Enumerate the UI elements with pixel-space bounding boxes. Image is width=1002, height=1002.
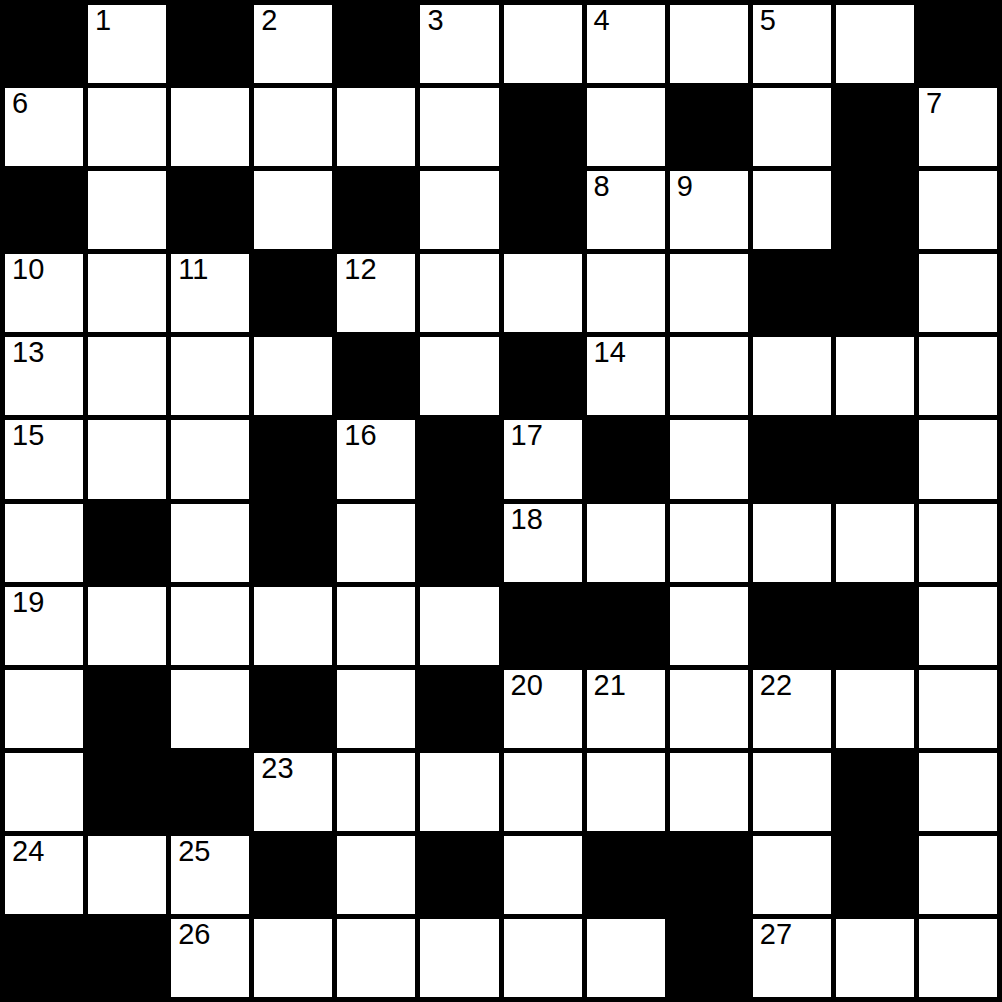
cell-6-0[interactable] [5,504,83,582]
block-cell-7-6 [504,587,582,665]
block-cell-1-8 [670,88,748,166]
cell-7-5[interactable] [420,587,498,665]
cell-1-7[interactable] [587,88,665,166]
block-cell-2-10 [836,171,914,249]
cell-1-0[interactable]: 6 [5,88,83,166]
cell-6-4[interactable] [337,504,415,582]
cell-7-1[interactable] [88,587,166,665]
cell-11-11[interactable] [919,919,997,997]
block-cell-6-3 [254,504,332,582]
cell-6-2[interactable] [171,504,249,582]
block-cell-5-7 [587,420,665,498]
cell-3-2[interactable]: 11 [171,254,249,332]
block-cell-6-5 [420,504,498,582]
crossword-grid: 1234567891011121314151617181920212223242… [0,0,1002,1002]
cell-4-10[interactable] [836,337,914,415]
cell-9-3[interactable]: 23 [254,753,332,831]
clue-number: 19 [12,587,44,617]
cell-8-7[interactable]: 21 [587,670,665,748]
block-cell-8-3 [254,670,332,748]
clue-number: 25 [178,836,210,866]
cell-8-10[interactable] [836,670,914,748]
cell-5-11[interactable] [919,420,997,498]
block-cell-8-5 [420,670,498,748]
cell-10-9[interactable] [753,836,831,914]
cell-8-2[interactable] [171,670,249,748]
cell-0-9[interactable]: 5 [753,5,831,83]
cell-10-6[interactable] [504,836,582,914]
cell-7-3[interactable] [254,587,332,665]
block-cell-5-9 [753,420,831,498]
cell-3-11[interactable] [919,254,997,332]
clue-number: 3 [427,5,443,35]
cell-5-6[interactable]: 17 [504,420,582,498]
cell-6-10[interactable] [836,504,914,582]
block-cell-7-10 [836,587,914,665]
clue-number: 6 [12,88,28,118]
cell-4-9[interactable] [753,337,831,415]
cell-4-7[interactable]: 14 [587,337,665,415]
cell-7-0[interactable]: 19 [5,587,83,665]
cell-5-2[interactable] [171,420,249,498]
cell-6-6[interactable]: 18 [504,504,582,582]
cell-1-2[interactable] [171,88,249,166]
cell-11-7[interactable] [587,919,665,997]
cell-9-5[interactable] [420,753,498,831]
block-cell-10-8 [670,836,748,914]
block-cell-11-8 [670,919,748,997]
clue-number: 17 [511,420,543,450]
cell-5-8[interactable] [670,420,748,498]
clue-number: 2 [261,5,277,35]
cell-8-6[interactable]: 20 [504,670,582,748]
block-cell-3-3 [254,254,332,332]
block-cell-0-0 [5,5,83,83]
cell-4-5[interactable] [420,337,498,415]
block-cell-5-5 [420,420,498,498]
clue-number: 21 [594,670,626,700]
cell-11-6[interactable] [504,919,582,997]
block-cell-2-4 [337,171,415,249]
clue-number: 22 [760,670,792,700]
clue-number: 1 [95,5,111,35]
block-cell-9-10 [836,753,914,831]
cell-9-4[interactable] [337,753,415,831]
cell-2-3[interactable] [254,171,332,249]
cell-3-5[interactable] [420,254,498,332]
block-cell-0-2 [171,5,249,83]
cell-4-3[interactable] [254,337,332,415]
block-cell-5-3 [254,420,332,498]
cell-7-2[interactable] [171,587,249,665]
cell-7-8[interactable] [670,587,748,665]
cell-2-11[interactable] [919,171,997,249]
cell-10-0[interactable]: 24 [5,836,83,914]
cell-11-3[interactable] [254,919,332,997]
cell-0-5[interactable]: 3 [420,5,498,83]
cell-2-1[interactable] [88,171,166,249]
clue-number: 13 [12,337,44,367]
cell-6-11[interactable] [919,504,997,582]
block-cell-5-10 [836,420,914,498]
cell-2-5[interactable] [420,171,498,249]
cell-11-2[interactable]: 26 [171,919,249,997]
clue-number: 16 [344,420,376,450]
cell-1-3[interactable] [254,88,332,166]
cell-8-8[interactable] [670,670,748,748]
cell-5-1[interactable] [88,420,166,498]
clue-number: 23 [261,753,293,783]
block-cell-2-2 [171,171,249,249]
clue-number: 8 [594,171,610,201]
cell-1-9[interactable] [753,88,831,166]
cell-9-6[interactable] [504,753,582,831]
clue-number: 24 [12,836,44,866]
block-cell-10-7 [587,836,665,914]
cell-3-6[interactable] [504,254,582,332]
block-cell-0-4 [337,5,415,83]
cell-5-0[interactable]: 15 [5,420,83,498]
clue-number: 10 [12,254,44,284]
cell-7-11[interactable] [919,587,997,665]
clue-number: 26 [178,919,210,949]
cell-2-8[interactable]: 9 [670,171,748,249]
cell-11-10[interactable] [836,919,914,997]
block-cell-6-1 [88,504,166,582]
cell-8-4[interactable] [337,670,415,748]
cell-10-1[interactable] [88,836,166,914]
block-cell-10-10 [836,836,914,914]
block-cell-0-11 [919,5,997,83]
clue-number: 7 [926,88,942,118]
cell-1-4[interactable] [337,88,415,166]
cell-3-0[interactable]: 10 [5,254,83,332]
clue-number: 27 [760,919,792,949]
cell-9-11[interactable] [919,753,997,831]
cell-4-1[interactable] [88,337,166,415]
clue-number: 4 [594,5,610,35]
block-cell-7-9 [753,587,831,665]
clue-number: 20 [511,670,543,700]
block-cell-2-6 [504,171,582,249]
cell-0-10[interactable] [836,5,914,83]
cell-2-7[interactable]: 8 [587,171,665,249]
clue-number: 5 [760,5,776,35]
cell-9-8[interactable] [670,753,748,831]
clue-number: 12 [344,254,376,284]
cell-8-9[interactable]: 22 [753,670,831,748]
block-cell-9-1 [88,753,166,831]
cell-0-7[interactable]: 4 [587,5,665,83]
block-cell-8-1 [88,670,166,748]
cell-3-7[interactable] [587,254,665,332]
clue-number: 11 [178,254,208,284]
cell-10-11[interactable] [919,836,997,914]
block-cell-4-4 [337,337,415,415]
block-cell-2-0 [5,171,83,249]
cell-6-9[interactable] [753,504,831,582]
block-cell-1-6 [504,88,582,166]
clue-number: 9 [677,171,693,201]
cell-3-8[interactable] [670,254,748,332]
cell-11-5[interactable] [420,919,498,997]
cell-6-8[interactable] [670,504,748,582]
cell-0-3[interactable]: 2 [254,5,332,83]
cell-9-0[interactable] [5,753,83,831]
block-cell-11-0 [5,919,83,997]
cell-7-4[interactable] [337,587,415,665]
cell-4-11[interactable] [919,337,997,415]
cell-9-9[interactable] [753,753,831,831]
cell-5-4[interactable]: 16 [337,420,415,498]
cell-6-7[interactable] [587,504,665,582]
cell-11-9[interactable]: 27 [753,919,831,997]
cell-10-2[interactable]: 25 [171,836,249,914]
clue-number: 18 [511,504,543,534]
cell-1-1[interactable] [88,88,166,166]
block-cell-9-2 [171,753,249,831]
block-cell-1-10 [836,88,914,166]
cell-0-1[interactable]: 1 [88,5,166,83]
block-cell-3-9 [753,254,831,332]
cell-0-8[interactable] [670,5,748,83]
cell-3-4[interactable]: 12 [337,254,415,332]
cell-4-2[interactable] [171,337,249,415]
clue-number: 14 [594,337,626,367]
cell-10-4[interactable] [337,836,415,914]
block-cell-3-10 [836,254,914,332]
clue-number: 15 [12,420,44,450]
block-cell-7-7 [587,587,665,665]
cell-8-0[interactable] [5,670,83,748]
block-cell-10-5 [420,836,498,914]
cell-1-11[interactable]: 7 [919,88,997,166]
cell-8-11[interactable] [919,670,997,748]
cell-1-5[interactable] [420,88,498,166]
cell-2-9[interactable] [753,171,831,249]
block-cell-11-1 [88,919,166,997]
cell-9-7[interactable] [587,753,665,831]
block-cell-10-3 [254,836,332,914]
cell-11-4[interactable] [337,919,415,997]
cell-0-6[interactable] [504,5,582,83]
block-cell-4-6 [504,337,582,415]
cell-4-8[interactable] [670,337,748,415]
cell-4-0[interactable]: 13 [5,337,83,415]
cell-3-1[interactable] [88,254,166,332]
